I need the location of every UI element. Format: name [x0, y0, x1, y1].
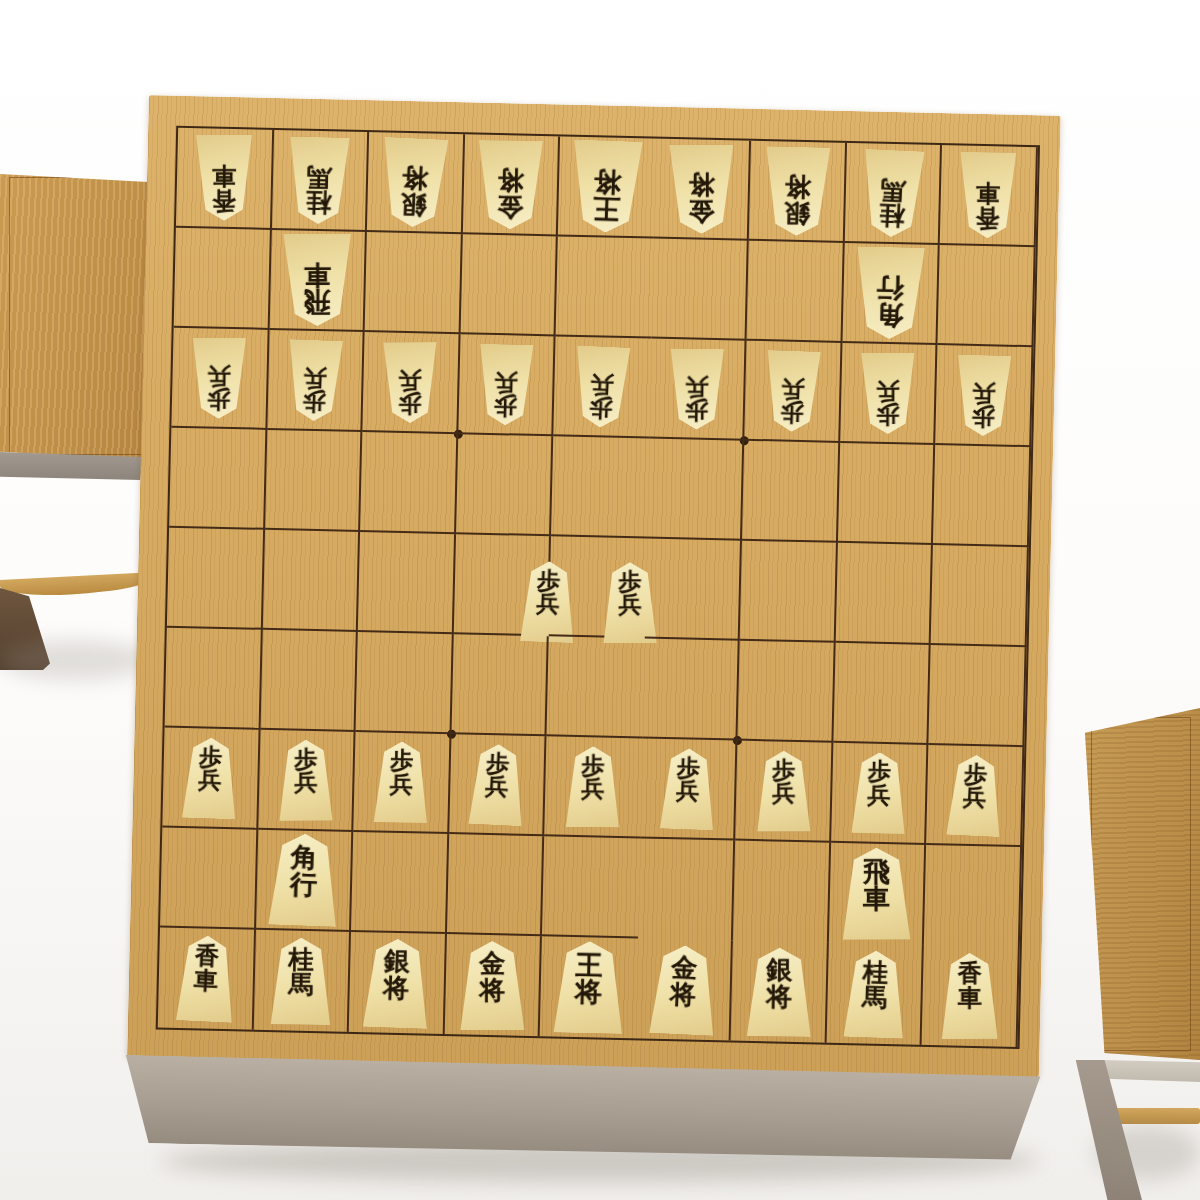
stand-left-groove: [9, 177, 157, 455]
piece-kanji: 飛車: [863, 858, 890, 913]
board-cell: 歩兵: [458, 334, 556, 436]
board-cell: [358, 532, 456, 634]
board-cell: 歩兵: [649, 339, 747, 441]
board-cell: 歩兵: [640, 738, 738, 840]
piece-kanji: 歩兵: [619, 569, 642, 616]
piece-kanji: 金将: [688, 171, 714, 224]
piece-kanji: 香車: [976, 181, 1001, 230]
board-cell: 歩兵: [553, 336, 651, 438]
stand-left-stretcher: [0, 572, 156, 598]
shogi-piece-gote-p[interactable]: 歩兵: [667, 348, 727, 430]
shogi-board: 香車桂馬銀将金将王将金将銀将桂馬香車飛車角行歩兵歩兵歩兵歩兵歩兵歩兵歩兵歩兵歩兵…: [125, 95, 1061, 1171]
board-cell: [167, 528, 265, 630]
board-cell: [929, 645, 1027, 747]
board-cell: 歩兵: [353, 732, 451, 834]
piece-kanji: 銀将: [400, 164, 428, 218]
shogi-piece-gote-n[interactable]: 桂馬: [858, 148, 928, 238]
board-cell: 歩兵: [171, 328, 269, 430]
board-cell: 桂馬: [845, 143, 943, 245]
board-cell: 歩兵: [936, 345, 1034, 447]
shogi-piece-gote-p[interactable]: 歩兵: [189, 337, 249, 419]
piece-kanji: 歩兵: [676, 755, 701, 803]
board-cell: 銀将: [349, 932, 447, 1034]
board-cell: 歩兵: [162, 728, 260, 830]
shogi-piece-sente-s[interactable]: 銀将: [743, 947, 815, 1037]
board-cell: [262, 530, 360, 632]
board-cell: [169, 428, 267, 530]
shogi-piece-sente-p[interactable]: 歩兵: [465, 742, 528, 826]
board-cell: [938, 245, 1036, 347]
board-cell: [351, 832, 449, 934]
board-cell: 角行: [256, 830, 354, 932]
board-cell: [638, 838, 736, 940]
board-cell: 歩兵: [549, 536, 647, 638]
piece-kanji: 歩兵: [389, 749, 413, 796]
piece-kanji: 歩兵: [780, 376, 805, 424]
piece-kanji: 歩兵: [971, 381, 995, 428]
shogi-piece-sente-r[interactable]: 飛車: [839, 848, 914, 940]
stand-right-apron: [1102, 1060, 1200, 1082]
piece-kanji: 歩兵: [962, 762, 987, 810]
board-grid: 香車桂馬銀将金将王将金将銀将桂馬香車飛車角行歩兵歩兵歩兵歩兵歩兵歩兵歩兵歩兵歩兵…: [156, 126, 1040, 1049]
shogi-piece-gote-p[interactable]: 歩兵: [571, 345, 634, 429]
shogi-piece-sente-g[interactable]: 金将: [646, 943, 721, 1035]
piece-kanji: 歩兵: [294, 747, 317, 794]
piece-kanji: 歩兵: [207, 364, 230, 411]
piece-kanji: 歩兵: [494, 370, 518, 417]
board-cell: 飛車: [269, 230, 367, 332]
piece-kanji: 桂馬: [289, 946, 315, 997]
board-cell: 歩兵: [453, 534, 551, 636]
board-cell: 王将: [540, 936, 638, 1038]
piece-kanji: 歩兵: [876, 379, 899, 426]
stand-right-groove: [1091, 717, 1191, 1051]
shogi-piece-sente-p[interactable]: 歩兵: [179, 736, 241, 819]
shogi-piece-gote-n[interactable]: 桂馬: [285, 136, 353, 224]
piece-kanji: 桂馬: [306, 164, 332, 216]
shogi-piece-gote-p[interactable]: 歩兵: [284, 338, 346, 421]
piece-kanji: 銀将: [783, 173, 810, 227]
piece-kanji: 歩兵: [198, 744, 223, 792]
shogi-piece-sente-p[interactable]: 歩兵: [563, 746, 623, 828]
board-cell: [265, 430, 363, 532]
photo-scene: 香車桂馬銀将金将王将金将銀将桂馬香車飛車角行歩兵歩兵歩兵歩兵歩兵歩兵歩兵歩兵歩兵…: [0, 0, 1200, 1200]
board-cell: 歩兵: [927, 745, 1025, 847]
board-cell: [642, 638, 740, 740]
board-cell: 銀将: [367, 132, 465, 234]
board-cell: [833, 643, 931, 745]
board-cell: 桂馬: [253, 930, 351, 1032]
board-cell: 歩兵: [362, 332, 460, 434]
shogi-piece-gote-p[interactable]: 歩兵: [953, 354, 1014, 436]
board-cell: [542, 836, 640, 938]
piece-kanji: 桂馬: [878, 176, 905, 228]
board-cell: [742, 441, 840, 543]
piece-kanji: 歩兵: [485, 751, 510, 799]
board-cell: 歩兵: [267, 330, 365, 432]
board-cell: [647, 439, 745, 541]
shogi-piece-sente-p[interactable]: 歩兵: [371, 741, 432, 823]
board-cell: 金将: [444, 934, 542, 1036]
shogi-piece-sente-l[interactable]: 香車: [173, 934, 239, 1023]
stand-left-shadow: [0, 640, 150, 680]
piece-kanji: 金将: [669, 954, 697, 1008]
board-cell: [556, 236, 654, 338]
shogi-piece-gote-g[interactable]: 金将: [474, 139, 546, 229]
board-cell: [360, 432, 458, 534]
board-cell: 金将: [635, 938, 733, 1040]
piece-kanji: 角行: [289, 843, 318, 899]
piece-kanji: 金将: [479, 950, 505, 1003]
piece-kanji: 歩兵: [302, 365, 327, 413]
board-top-surface: 香車桂馬銀将金将王将金将銀将桂馬香車飛車角行歩兵歩兵歩兵歩兵歩兵歩兵歩兵歩兵歩兵…: [127, 95, 1061, 1077]
board-cell: 桂馬: [271, 130, 369, 232]
shogi-piece-gote-s[interactable]: 銀将: [377, 136, 452, 228]
shogi-piece-gote-g[interactable]: 金将: [666, 144, 737, 233]
shogi-piece-sente-g[interactable]: 金将: [457, 941, 528, 1030]
shogi-piece-gote-r[interactable]: 飛車: [280, 234, 355, 326]
board-cell: [931, 545, 1029, 647]
piece-kanji: 王将: [575, 951, 603, 1007]
shogi-piece-gote-p[interactable]: 歩兵: [858, 352, 917, 433]
shogi-piece-sente-p[interactable]: 歩兵: [276, 739, 335, 820]
shogi-piece-sente-n[interactable]: 桂馬: [268, 937, 335, 1025]
board-cell: 歩兵: [840, 343, 938, 445]
shogi-piece-gote-p[interactable]: 歩兵: [381, 342, 440, 423]
shogi-piece-sente-p[interactable]: 歩兵: [849, 752, 910, 834]
board-cell: 銀将: [731, 941, 829, 1043]
piece-kanji: 歩兵: [772, 758, 795, 805]
piece-kanji: 香車: [958, 961, 982, 1010]
shogi-piece-sente-s[interactable]: 銀将: [360, 937, 434, 1028]
board-cell: [451, 634, 549, 736]
piece-kanji: 銀将: [383, 947, 411, 1001]
board-cell: [651, 239, 749, 341]
piece-kanji: 歩兵: [685, 374, 708, 421]
board-cell: 歩兵: [831, 743, 929, 845]
board-cell: 角行: [842, 243, 940, 345]
shogi-piece-gote-s[interactable]: 銀将: [761, 146, 834, 237]
shogi-piece-sente-l[interactable]: 香車: [939, 953, 1001, 1039]
shogi-piece-gote-p[interactable]: 歩兵: [762, 349, 824, 432]
piece-kanji: 銀将: [766, 956, 793, 1009]
board-cell: 金将: [654, 139, 752, 241]
board-cell: [738, 641, 836, 743]
piece-kanji: 香車: [212, 164, 236, 213]
board-cell: 銀将: [749, 141, 847, 243]
piece-kanji: 歩兵: [399, 368, 422, 415]
board-cell: [933, 445, 1031, 547]
shogi-piece-sente-p[interactable]: 歩兵: [754, 750, 813, 831]
piece-kanji: 角行: [876, 274, 904, 330]
shogi-piece-sente-b[interactable]: 角行: [264, 833, 342, 928]
shogi-piece-sente-k[interactable]: 王将: [550, 940, 628, 1034]
shogi-piece-gote-l[interactable]: 香車: [193, 135, 255, 221]
shogi-piece-gote-l[interactable]: 香車: [957, 152, 1020, 239]
board-cell: [924, 845, 1022, 947]
piece-kanji: 飛車: [304, 261, 331, 316]
board-cell: [456, 434, 554, 536]
piece-kanji: 歩兵: [582, 753, 605, 800]
board-cell: [160, 828, 258, 930]
board-cell: 香車: [158, 928, 256, 1030]
board-cell: 飛車: [829, 843, 927, 945]
stand-right-shadow: [1095, 1125, 1200, 1180]
board-cell: [547, 636, 645, 738]
shogi-piece-sente-n[interactable]: 桂馬: [840, 949, 909, 1038]
board-cell: [740, 541, 838, 643]
board-cell: [838, 443, 936, 545]
piece-kanji: 王将: [592, 167, 621, 223]
shogi-piece-gote-b[interactable]: 角行: [852, 246, 929, 340]
shogi-piece-sente-p[interactable]: 歩兵: [943, 753, 1006, 837]
shogi-piece-sente-p[interactable]: 歩兵: [657, 747, 719, 830]
board-cell: 歩兵: [745, 341, 843, 443]
board-cell: 香車: [940, 145, 1038, 247]
piece-kanji: 桂馬: [861, 958, 888, 1010]
board-cell: [644, 539, 742, 641]
board-cell: 金将: [462, 134, 560, 236]
piece-stand-right: [1070, 690, 1200, 1200]
board-cell: [165, 628, 263, 730]
board-cell: 歩兵: [735, 741, 833, 843]
board-cell: [551, 436, 649, 538]
piece-kanji: 金将: [497, 166, 524, 219]
board-cell: 香車: [176, 128, 274, 230]
board-cell: 桂馬: [826, 943, 924, 1045]
board-cell: [836, 543, 934, 645]
board-cell: [447, 834, 545, 936]
piece-kanji: 歩兵: [867, 760, 891, 807]
board-cell: [174, 228, 272, 330]
board-cell: 王将: [558, 136, 656, 238]
board-cell: [365, 232, 463, 334]
board-cell: [747, 241, 845, 343]
piece-kanji: 歩兵: [589, 372, 614, 420]
board-cell: [356, 632, 454, 734]
board-cell: 歩兵: [449, 734, 547, 836]
board-cell: [733, 841, 831, 943]
shogi-piece-gote-k[interactable]: 王将: [567, 139, 646, 234]
piece-kanji: 香車: [193, 943, 219, 993]
stand-right-top: [1082, 708, 1200, 1060]
board-cell: 歩兵: [544, 736, 642, 838]
board-cell: [460, 234, 558, 336]
board-cell: [260, 630, 358, 732]
board-cell: 香車: [922, 945, 1020, 1047]
shogi-piece-gote-p[interactable]: 歩兵: [475, 343, 536, 425]
board-cell: 歩兵: [258, 730, 356, 832]
